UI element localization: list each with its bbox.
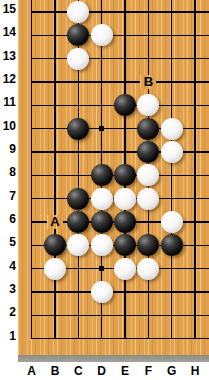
black-stone-C14 (67, 24, 89, 46)
black-stone-E8 (114, 164, 136, 186)
row-label-1: 1 (0, 329, 16, 343)
board-edge-shadow (18, 355, 209, 362)
row-label-10: 10 (0, 119, 16, 133)
go-board[interactable]: AB (18, 0, 209, 355)
grid-line-col-B (54, 0, 56, 339)
row-label-8: 8 (0, 165, 16, 179)
grid-line-col-H (194, 0, 196, 339)
black-stone-C10 (67, 118, 89, 140)
white-stone-C13 (67, 48, 89, 70)
black-stone-D8 (91, 164, 113, 186)
row-label-15: 15 (0, 2, 16, 16)
row-label-4: 4 (0, 259, 16, 273)
white-stone-E7 (114, 188, 136, 210)
row-label-13: 13 (0, 49, 16, 63)
grid-line-row-15 (31, 11, 209, 13)
white-stone-G9 (161, 141, 183, 163)
row-label-5: 5 (0, 235, 16, 249)
black-stone-C7 (67, 188, 89, 210)
move-label-A-B6[interactable]: A (47, 215, 63, 229)
white-stone-C5 (67, 234, 89, 256)
white-stone-F4 (137, 258, 159, 280)
black-stone-E11 (114, 94, 136, 116)
white-stone-C15 (67, 1, 89, 23)
row-label-3: 3 (0, 282, 16, 296)
grid-line-row-2 (31, 315, 209, 317)
row-label-7: 7 (0, 189, 16, 203)
white-stone-G6 (161, 211, 183, 233)
black-stone-F10 (137, 118, 159, 140)
row-label-12: 12 (0, 72, 16, 86)
column-label-H: H (187, 364, 203, 378)
column-label-A: A (24, 364, 40, 378)
row-label-14: 14 (0, 25, 16, 39)
column-label-E: E (117, 364, 133, 378)
column-label-F: F (140, 364, 156, 378)
white-stone-G10 (161, 118, 183, 140)
grid-line-row-13 (31, 58, 209, 60)
grid-line-row-12 (31, 81, 209, 83)
column-label-B: B (47, 364, 63, 378)
column-label-D: D (94, 364, 110, 378)
grid-line-col-A (31, 0, 33, 339)
hoshi-point-D4 (99, 266, 104, 271)
white-stone-D7 (91, 188, 113, 210)
black-stone-E5 (114, 234, 136, 256)
black-stone-D6 (91, 211, 113, 233)
white-stone-B4 (44, 258, 66, 280)
white-stone-D3 (91, 281, 113, 303)
row-label-6: 6 (0, 212, 16, 226)
white-stone-D5 (91, 234, 113, 256)
black-stone-E6 (114, 211, 136, 233)
grid-line-row-14 (31, 35, 209, 37)
white-stone-F7 (137, 188, 159, 210)
go-app-screenshot: AB 151413121110987654321 ABCDEFGH (0, 0, 209, 380)
white-stone-D14 (91, 24, 113, 46)
black-stone-F9 (137, 141, 159, 163)
column-label-G: G (164, 364, 180, 378)
black-stone-F5 (137, 234, 159, 256)
hoshi-point-D10 (99, 126, 104, 131)
row-label-11: 11 (0, 95, 16, 109)
white-stone-E4 (114, 258, 136, 280)
grid-line-row-3 (31, 291, 209, 293)
white-stone-F8 (137, 164, 159, 186)
black-stone-B5 (44, 234, 66, 256)
white-stone-F11 (137, 94, 159, 116)
row-label-9: 9 (0, 142, 16, 156)
grid-line-row-1 (31, 338, 209, 340)
row-label-2: 2 (0, 305, 16, 319)
grid-line-col-G (171, 0, 173, 339)
black-stone-C6 (67, 211, 89, 233)
column-label-C: C (70, 364, 86, 378)
black-stone-G5 (161, 234, 183, 256)
move-label-B-F12[interactable]: B (140, 75, 156, 89)
